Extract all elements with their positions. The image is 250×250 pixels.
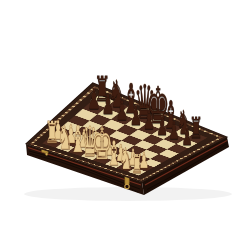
product-photo-stage: ♜♞♝♛♚♝♞♜♟♟♟♟♟♟♟♟♟♟♟♟♟♟♟♟♜♞♝♛♚♝♞♜	[0, 0, 250, 250]
